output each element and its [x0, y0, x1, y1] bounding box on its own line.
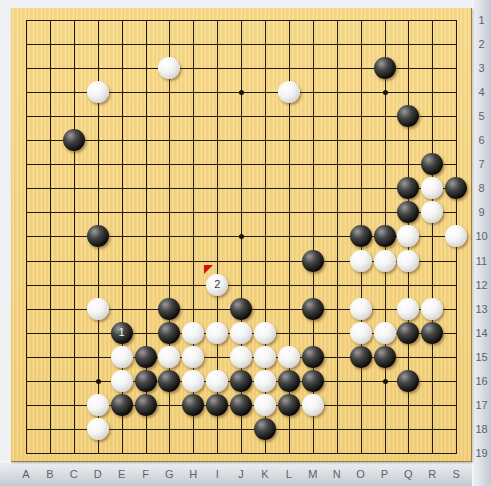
grid-line-horizontal-19: [26, 453, 457, 454]
stone-black-P10[interactable]: [374, 225, 396, 247]
stone-white-P14[interactable]: [374, 322, 396, 344]
row-label-18: 18: [472, 422, 491, 436]
stone-black-P3[interactable]: [374, 57, 396, 79]
stone-white-K17[interactable]: [254, 394, 276, 416]
stone-black-E17[interactable]: [111, 394, 133, 416]
column-label-C: C: [64, 467, 84, 481]
column-label-P: P: [375, 467, 395, 481]
stone-white-Q13[interactable]: [397, 298, 419, 320]
column-label-A: A: [16, 467, 36, 481]
column-label-R: R: [422, 467, 442, 481]
stone-white-R8[interactable]: [421, 177, 443, 199]
row-label-2: 2: [472, 37, 491, 51]
stone-white-J15[interactable]: [230, 346, 252, 368]
grid-line-vertical-N: [337, 20, 338, 454]
row-label-1: 1: [472, 13, 491, 27]
stone-white-O13[interactable]: [350, 298, 372, 320]
stone-white-K15[interactable]: [254, 346, 276, 368]
stone-white-G15[interactable]: [158, 346, 180, 368]
column-label-D: D: [88, 467, 108, 481]
stone-white-Q10[interactable]: [397, 225, 419, 247]
stone-black-J13[interactable]: [230, 298, 252, 320]
stone-black-P15[interactable]: [374, 346, 396, 368]
star-point-P16: [383, 379, 388, 384]
stone-black-O15[interactable]: [350, 346, 372, 368]
go-app-window: 21 ABCDEFGHIJKLMNOPQRS123456789101112131…: [0, 0, 491, 486]
stone-black-M15[interactable]: [302, 346, 324, 368]
column-label-E: E: [112, 467, 132, 481]
column-label-O: O: [351, 467, 371, 481]
row-label-13: 13: [472, 302, 491, 316]
column-label-S: S: [446, 467, 466, 481]
grid-line-horizontal-12: [26, 285, 457, 286]
goban[interactable]: 21: [11, 8, 472, 462]
stone-black-S8[interactable]: [445, 177, 467, 199]
stone-black-G13[interactable]: [158, 298, 180, 320]
stone-white-K16[interactable]: [254, 370, 276, 392]
stone-black-M16[interactable]: [302, 370, 324, 392]
stone-white-H14[interactable]: [182, 322, 204, 344]
column-label-J: J: [231, 467, 251, 481]
column-label-Q: Q: [398, 467, 418, 481]
column-label-B: B: [40, 467, 60, 481]
stone-white-I16[interactable]: [206, 370, 228, 392]
stone-black-L17[interactable]: [278, 394, 300, 416]
column-label-L: L: [279, 467, 299, 481]
stone-black-H17[interactable]: [182, 394, 204, 416]
stone-white-H16[interactable]: [182, 370, 204, 392]
stone-white-E15[interactable]: [111, 346, 133, 368]
stone-black-E14[interactable]: 1: [111, 322, 133, 344]
column-label-F: F: [136, 467, 156, 481]
stone-black-G16[interactable]: [158, 370, 180, 392]
row-label-7: 7: [472, 157, 491, 171]
stone-white-R13[interactable]: [421, 298, 443, 320]
star-point-J10: [239, 234, 244, 239]
stone-black-C6[interactable]: [63, 129, 85, 151]
stone-black-R14[interactable]: [421, 322, 443, 344]
stone-black-Q9[interactable]: [397, 201, 419, 223]
stone-white-O11[interactable]: [350, 250, 372, 272]
stone-white-D18[interactable]: [87, 418, 109, 440]
stone-black-J16[interactable]: [230, 370, 252, 392]
row-label-9: 9: [472, 205, 491, 219]
stone-white-I12[interactable]: 2: [206, 274, 228, 296]
row-label-8: 8: [472, 181, 491, 195]
stone-white-L4[interactable]: [278, 81, 300, 103]
row-label-19: 19: [472, 446, 491, 460]
stone-black-I17[interactable]: [206, 394, 228, 416]
stone-black-Q5[interactable]: [397, 105, 419, 127]
star-point-D16: [96, 379, 101, 384]
stone-black-G14[interactable]: [158, 322, 180, 344]
stone-white-K14[interactable]: [254, 322, 276, 344]
column-label-I: I: [207, 467, 227, 481]
row-label-5: 5: [472, 109, 491, 123]
stone-black-F15[interactable]: [135, 346, 157, 368]
column-label-M: M: [303, 467, 323, 481]
move-number-2: 2: [206, 274, 228, 296]
stone-black-D10[interactable]: [87, 225, 109, 247]
stone-white-L15[interactable]: [278, 346, 300, 368]
stone-white-E16[interactable]: [111, 370, 133, 392]
stone-white-J14[interactable]: [230, 322, 252, 344]
row-label-4: 4: [472, 85, 491, 99]
column-label-K: K: [255, 467, 275, 481]
column-label-N: N: [327, 467, 347, 481]
stone-black-M13[interactable]: [302, 298, 324, 320]
column-label-H: H: [183, 467, 203, 481]
stone-black-R7[interactable]: [421, 153, 443, 175]
row-label-6: 6: [472, 133, 491, 147]
stone-white-D13[interactable]: [87, 298, 109, 320]
stone-black-Q16[interactable]: [397, 370, 419, 392]
stone-white-I14[interactable]: [206, 322, 228, 344]
grid-line-vertical-R: [432, 20, 433, 454]
stone-white-H15[interactable]: [182, 346, 204, 368]
move-number-1: 1: [111, 322, 133, 344]
stone-white-P11[interactable]: [374, 250, 396, 272]
last-move-marker-icon: [204, 265, 213, 274]
stone-white-Q11[interactable]: [397, 250, 419, 272]
row-label-11: 11: [472, 254, 491, 268]
stone-white-R9[interactable]: [421, 201, 443, 223]
row-label-10: 10: [472, 229, 491, 243]
column-label-G: G: [159, 467, 179, 481]
stone-white-D4[interactable]: [87, 81, 109, 103]
star-point-P4: [383, 90, 388, 95]
stone-black-O10[interactable]: [350, 225, 372, 247]
row-label-15: 15: [472, 350, 491, 364]
stone-white-D17[interactable]: [87, 394, 109, 416]
star-point-J4: [239, 90, 244, 95]
row-label-16: 16: [472, 374, 491, 388]
row-label-17: 17: [472, 398, 491, 412]
stone-black-F17[interactable]: [135, 394, 157, 416]
stone-black-J17[interactable]: [230, 394, 252, 416]
row-label-12: 12: [472, 278, 491, 292]
stone-black-Q8[interactable]: [397, 177, 419, 199]
stone-black-L16[interactable]: [278, 370, 300, 392]
stone-white-G3[interactable]: [158, 57, 180, 79]
row-label-3: 3: [472, 61, 491, 75]
stone-white-S10[interactable]: [445, 225, 467, 247]
stone-black-F16[interactable]: [135, 370, 157, 392]
stone-white-O14[interactable]: [350, 322, 372, 344]
stone-black-Q14[interactable]: [397, 322, 419, 344]
row-label-14: 14: [472, 326, 491, 340]
stone-black-M11[interactable]: [302, 250, 324, 272]
stone-black-K18[interactable]: [254, 418, 276, 440]
stone-white-M17[interactable]: [302, 394, 324, 416]
